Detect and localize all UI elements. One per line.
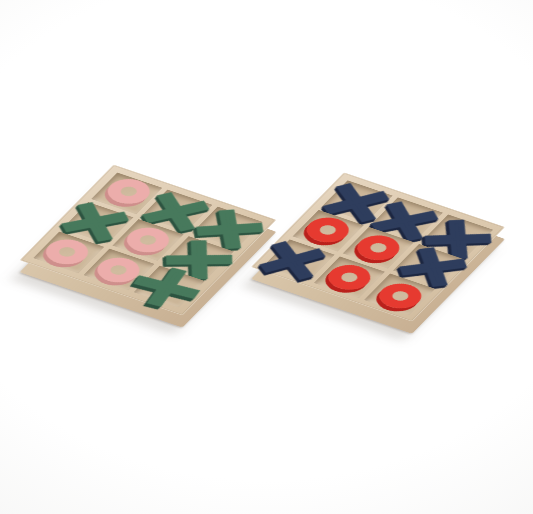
board-left: ××××× bbox=[54, 146, 242, 334]
o-piece-right bbox=[321, 260, 378, 294]
product-photo-stage: ××××× ××××× bbox=[0, 0, 533, 514]
o-piece-left bbox=[38, 235, 95, 269]
board-left-cell-r3c3: × bbox=[134, 266, 205, 308]
board-right: ××××× bbox=[285, 154, 471, 340]
o-piece-right bbox=[372, 279, 429, 313]
